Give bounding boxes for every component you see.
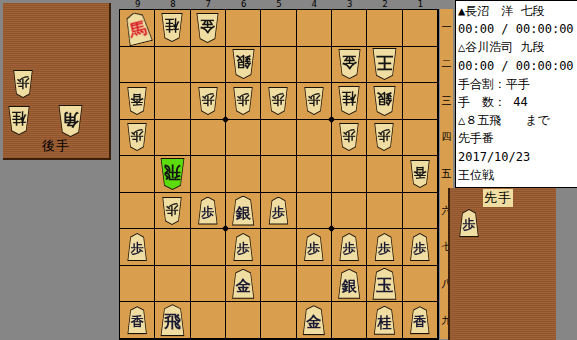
- piece-face: 銀: [232, 197, 255, 225]
- piece-face: 香: [410, 307, 430, 333]
- piece-face: 歩: [304, 234, 324, 260]
- piece-glyph: 歩: [378, 239, 391, 255]
- piece-glyph: 歩: [131, 129, 144, 145]
- board-cell-5四[interactable]: [261, 120, 296, 157]
- piece-glyph: 歩: [131, 239, 144, 255]
- piece-glyph: 桂: [165, 19, 179, 36]
- board-cell-5九[interactable]: [261, 302, 296, 339]
- piece-glyph: 金: [342, 55, 357, 73]
- piece-glyph: 歩: [343, 239, 356, 255]
- board-cell-2一[interactable]: [367, 10, 402, 47]
- piece-face: 歩: [339, 124, 359, 150]
- piece-face: 歩: [162, 198, 182, 224]
- piece-glyph: 銀: [236, 202, 251, 220]
- piece-glyph: 歩: [272, 203, 285, 219]
- board-cell-8四[interactable]: [155, 120, 190, 157]
- board-cell-6四[interactable]: [226, 120, 261, 157]
- piece-silver-gote[interactable]: 銀: [231, 49, 256, 79]
- piece-glyph: 香: [131, 93, 144, 109]
- info-line-6: △８五飛 まで: [458, 111, 576, 129]
- piece-glyph: 金: [236, 275, 251, 293]
- board-cell-6九[interactable]: [226, 302, 261, 339]
- piece-glyph: 桂: [12, 112, 26, 129]
- piece-promoted-bishop-sente[interactable]: 馬: [120, 9, 154, 47]
- piece-pawn-sente[interactable]: 歩: [197, 197, 219, 225]
- board-cell-9八[interactable]: [120, 266, 155, 303]
- piece-bishop-gote[interactable]: 角: [57, 105, 84, 137]
- board-cell-9一[interactable]: 馬: [120, 10, 155, 47]
- board-cell-2五[interactable]: [367, 156, 402, 193]
- board-cell-9五[interactable]: [120, 156, 155, 193]
- board-cell-1七[interactable]: 歩: [403, 229, 438, 266]
- piece-glyph: 歩: [201, 203, 214, 219]
- piece-pawn-sente[interactable]: 歩: [232, 233, 254, 261]
- piece-face: 歩: [304, 88, 324, 114]
- board-cell-9三[interactable]: 香: [120, 83, 155, 120]
- piece-glyph: 角: [62, 111, 79, 131]
- piece-glyph: 金: [200, 19, 215, 37]
- board-cell-8六[interactable]: 歩: [155, 193, 190, 230]
- piece-gold-sente[interactable]: 金: [231, 269, 256, 299]
- board-cell-2二[interactable]: 王: [367, 47, 402, 84]
- file-label-6: 6: [226, 0, 261, 9]
- info-line-4: 手合割：平手: [458, 75, 576, 93]
- board-cell-4四[interactable]: [297, 120, 332, 157]
- board-cell-7六[interactable]: 歩: [191, 193, 226, 230]
- board-cell-9四[interactable]: 歩: [120, 120, 155, 157]
- info-line-5: 手 数： 44: [458, 93, 576, 111]
- board-cell-1二[interactable]: [403, 47, 438, 84]
- info-line-8: 2017/10/23: [458, 148, 576, 166]
- board-cell-3六[interactable]: [332, 193, 367, 230]
- piece-face: 歩: [233, 234, 253, 260]
- piece-rook-gote[interactable]: 飛: [159, 158, 186, 190]
- board-cell-5八[interactable]: [261, 266, 296, 303]
- piece-face: 王: [372, 49, 397, 79]
- board-cell-9七[interactable]: 歩: [120, 229, 155, 266]
- board-cell-9九[interactable]: 香: [120, 302, 155, 339]
- piece-silver-sente[interactable]: 銀: [231, 196, 256, 226]
- piece-face: 歩: [410, 234, 430, 260]
- piece-face: 金: [302, 306, 325, 334]
- piece-face: 歩: [374, 124, 394, 150]
- piece-face: 銀: [373, 87, 396, 115]
- piece-pawn-sente[interactable]: 歩: [338, 233, 360, 261]
- file-labels: 987654321: [120, 0, 438, 9]
- piece-pawn-sente[interactable]: 歩: [267, 197, 289, 225]
- piece-pawn-sente[interactable]: 歩: [373, 233, 395, 261]
- board-cell-3九[interactable]: [332, 302, 367, 339]
- file-label-3: 3: [332, 0, 367, 9]
- board-cell-6三[interactable]: 歩: [226, 83, 261, 120]
- piece-pawn-gote[interactable]: 歩: [303, 87, 325, 115]
- board-cell-3四[interactable]: 歩: [332, 120, 367, 157]
- board-cell-2六[interactable]: [367, 193, 402, 230]
- piece-glyph: 香: [413, 312, 426, 328]
- board-cell-7三[interactable]: 歩: [191, 83, 226, 120]
- board-cell-7七[interactable]: [191, 229, 226, 266]
- board-cell-1一[interactable]: [403, 10, 438, 47]
- board-cell-7九[interactable]: [191, 302, 226, 339]
- piece-glyph: 桂: [342, 92, 356, 109]
- board-cell-4五[interactable]: [297, 156, 332, 193]
- piece-face: 歩: [268, 88, 288, 114]
- piece-face: 馬: [121, 10, 153, 45]
- piece-face: 銀: [338, 270, 361, 298]
- board-cell-2三[interactable]: 銀: [367, 83, 402, 120]
- board-cell-2八[interactable]: 玉: [367, 266, 402, 303]
- piece-pawn-sente[interactable]: 歩: [409, 233, 431, 261]
- piece-glyph: 歩: [413, 239, 426, 255]
- piece-face: 香: [127, 307, 147, 333]
- piece-face: 飛: [160, 305, 185, 335]
- board-cell-5七[interactable]: [261, 229, 296, 266]
- piece-pawn-gote[interactable]: 歩: [197, 87, 219, 115]
- board-cell-8九[interactable]: 飛: [155, 302, 190, 339]
- board-cell-3二[interactable]: 金: [332, 47, 367, 84]
- piece-glyph: 飛: [164, 164, 181, 184]
- board-cell-3五[interactable]: [332, 156, 367, 193]
- piece-gold-gote[interactable]: 金: [195, 13, 220, 43]
- board-cell-5一[interactable]: [261, 10, 296, 47]
- piece-glyph: 銀: [236, 55, 251, 73]
- board-cell-3七[interactable]: 歩: [332, 229, 367, 266]
- piece-glyph: 金: [306, 311, 321, 329]
- board-cell-3一[interactable]: [332, 10, 367, 47]
- piece-glyph: 玉: [376, 274, 393, 294]
- file-label-5: 5: [261, 0, 296, 9]
- piece-face: 歩: [374, 234, 394, 260]
- file-label-9: 9: [120, 0, 155, 9]
- board-cell-5五[interactable]: [261, 156, 296, 193]
- piece-pawn-gote[interactable]: 歩: [267, 87, 289, 115]
- board-cell-6六[interactable]: 銀: [226, 193, 261, 230]
- piece-glyph: 歩: [307, 239, 320, 255]
- info-line-9: 王位戦: [458, 166, 576, 184]
- rank-label: 四: [440, 119, 453, 156]
- board-cell-8八[interactable]: [155, 266, 190, 303]
- rank-label: 五: [440, 156, 453, 193]
- piece-glyph: 馬: [126, 16, 147, 40]
- board-cell-4三[interactable]: 歩: [297, 83, 332, 120]
- sente-label: 先手: [483, 189, 513, 207]
- piece-glyph: 王: [376, 54, 393, 74]
- piece-glyph: 歩: [201, 93, 214, 109]
- piece-glyph: 歩: [378, 129, 391, 145]
- board-cell-3八[interactable]: 銀: [332, 266, 367, 303]
- piece-face: 角: [58, 106, 83, 136]
- piece-lance-gote[interactable]: 香: [409, 160, 431, 188]
- piece-pawn-sente[interactable]: 歩: [458, 209, 480, 237]
- piece-glyph: 歩: [237, 239, 250, 255]
- piece-knight-sente[interactable]: 桂: [372, 306, 396, 335]
- board-cell-9二[interactable]: [120, 47, 155, 84]
- board-cell-8一[interactable]: 桂: [155, 10, 190, 47]
- file-label-1: 1: [403, 0, 438, 9]
- piece-lance-gote[interactable]: 香: [126, 87, 148, 115]
- board-cell-4八[interactable]: [297, 266, 332, 303]
- game-info-panel: ▲長沼 洋 七段00:00 / 00:00:00△谷川浩司 九段00:00 / …: [455, 0, 577, 188]
- board-cell-3三[interactable]: 桂: [332, 83, 367, 120]
- board-cell-1四[interactable]: [403, 120, 438, 157]
- board-cell-4六[interactable]: [297, 193, 332, 230]
- piece-face: 金: [232, 270, 255, 298]
- board-cell-4九[interactable]: 金: [297, 302, 332, 339]
- piece-lance-sente[interactable]: 香: [409, 306, 431, 334]
- piece-face: 歩: [339, 234, 359, 260]
- piece-pawn-gote[interactable]: 歩: [12, 70, 34, 98]
- board-cell-1六[interactable]: [403, 193, 438, 230]
- piece-glyph: 歩: [307, 93, 320, 109]
- piece-silver-gote[interactable]: 銀: [372, 86, 397, 116]
- piece-knight-gote[interactable]: 桂: [7, 106, 31, 135]
- piece-gold-sente[interactable]: 金: [301, 305, 326, 335]
- board-cell-8三[interactable]: [155, 83, 190, 120]
- piece-face: 歩: [13, 71, 33, 97]
- board-cell-7八[interactable]: [191, 266, 226, 303]
- piece-face: 玉: [372, 269, 397, 299]
- board-cell-7四[interactable]: [191, 120, 226, 157]
- piece-face: 飛: [160, 159, 185, 189]
- board-cell-6五[interactable]: [226, 156, 261, 193]
- board-cell-5二[interactable]: [261, 47, 296, 84]
- piece-glyph: 香: [131, 312, 144, 328]
- piece-glyph: 歩: [463, 215, 476, 231]
- info-line-2: △谷川浩司 九段: [458, 38, 576, 56]
- piece-glyph: 歩: [17, 76, 30, 92]
- piece-face: 桂: [373, 307, 395, 334]
- piece-glyph: 歩: [166, 203, 179, 219]
- info-line-7: 先手番: [458, 129, 576, 147]
- piece-king-sente[interactable]: 玉: [371, 268, 398, 300]
- piece-face: 香: [410, 161, 430, 187]
- piece-knight-gote[interactable]: 桂: [160, 13, 184, 42]
- board-cell-6一[interactable]: [226, 10, 261, 47]
- rank-label: 三: [440, 82, 453, 119]
- piece-glyph: 銀: [377, 92, 392, 110]
- board-cell-8二[interactable]: [155, 47, 190, 84]
- piece-face: 歩: [127, 234, 147, 260]
- info-line-3: 00:00 / 00:00:00: [458, 57, 576, 75]
- piece-glyph: 飛: [164, 310, 181, 330]
- file-label-4: 4: [297, 0, 332, 9]
- piece-face: 歩: [459, 210, 479, 236]
- gote-captured-tray: 後手 歩桂角: [3, 3, 111, 160]
- board-cell-4一[interactable]: [297, 10, 332, 47]
- piece-face: 桂: [161, 14, 183, 41]
- board-cell-6二[interactable]: 銀: [226, 47, 261, 84]
- piece-glyph: 銀: [342, 275, 357, 293]
- piece-rook-sente[interactable]: 飛: [159, 304, 186, 336]
- piece-glyph: 歩: [237, 93, 250, 109]
- board-cell-2九[interactable]: 桂: [367, 302, 402, 339]
- file-label-8: 8: [155, 0, 190, 9]
- piece-face: 歩: [198, 88, 218, 114]
- board-cell-8七[interactable]: [155, 229, 190, 266]
- board-cell-5六[interactable]: 歩: [261, 193, 296, 230]
- board-cell-4七[interactable]: 歩: [297, 229, 332, 266]
- piece-glyph: 香: [413, 166, 426, 182]
- piece-knight-gote[interactable]: 桂: [337, 86, 361, 115]
- board-cell-6七[interactable]: 歩: [226, 229, 261, 266]
- piece-face: 桂: [8, 107, 30, 134]
- piece-lance-sente[interactable]: 香: [126, 306, 148, 334]
- board-cell-9六[interactable]: [120, 193, 155, 230]
- piece-face: 歩: [198, 198, 218, 224]
- board-cell-1五[interactable]: 香: [403, 156, 438, 193]
- rank-label: 二: [440, 46, 453, 83]
- piece-silver-sente[interactable]: 銀: [337, 269, 362, 299]
- board-cell-1九[interactable]: 香: [403, 302, 438, 339]
- piece-pawn-sente[interactable]: 歩: [126, 233, 148, 261]
- board-cell-7二[interactable]: [191, 47, 226, 84]
- piece-face: 桂: [338, 87, 360, 114]
- info-line-1: 00:00 / 00:00:00: [458, 20, 576, 38]
- piece-face: 金: [338, 50, 361, 78]
- piece-face: 香: [127, 88, 147, 114]
- piece-king-gote[interactable]: 王: [371, 48, 398, 80]
- piece-pawn-gote[interactable]: 歩: [126, 123, 148, 151]
- board-cell-1八[interactable]: [403, 266, 438, 303]
- piece-glyph: 歩: [272, 93, 285, 109]
- rank-label: 一: [440, 9, 453, 46]
- piece-face: 歩: [268, 198, 288, 224]
- shogi-board[interactable]: 馬桂金銀金王香歩歩歩歩桂銀歩歩歩飛香歩歩銀歩歩歩歩歩歩歩金銀玉香飛金桂香: [119, 9, 439, 340]
- file-label-7: 7: [191, 0, 226, 9]
- gote-label: 後手: [3, 137, 109, 155]
- piece-glyph: 歩: [343, 129, 356, 145]
- piece-face: 金: [196, 14, 219, 42]
- board-cell-7一[interactable]: 金: [191, 10, 226, 47]
- board-cell-8五[interactable]: 飛: [155, 156, 190, 193]
- piece-face: 歩: [233, 88, 253, 114]
- file-label-2: 2: [367, 0, 402, 9]
- piece-pawn-gote[interactable]: 歩: [373, 123, 395, 151]
- piece-pawn-sente[interactable]: 歩: [303, 233, 325, 261]
- board-cell-2四[interactable]: 歩: [367, 120, 402, 157]
- board-cell-7五[interactable]: [191, 156, 226, 193]
- board-cell-5三[interactable]: 歩: [261, 83, 296, 120]
- piece-face: 歩: [127, 124, 147, 150]
- piece-glyph: 桂: [377, 312, 391, 329]
- board-cell-2七[interactable]: 歩: [367, 229, 402, 266]
- piece-gold-gote[interactable]: 金: [337, 49, 362, 79]
- board-cell-1三[interactable]: [403, 83, 438, 120]
- board-cell-6八[interactable]: 金: [226, 266, 261, 303]
- piece-face: 銀: [232, 50, 255, 78]
- piece-pawn-gote[interactable]: 歩: [232, 87, 254, 115]
- piece-pawn-gote[interactable]: 歩: [161, 197, 183, 225]
- info-line-0: ▲長沼 洋 七段: [458, 2, 576, 20]
- sente-captured-tray: 先手 歩: [448, 188, 556, 340]
- board-cell-4二[interactable]: [297, 47, 332, 84]
- piece-pawn-gote[interactable]: 歩: [338, 123, 360, 151]
